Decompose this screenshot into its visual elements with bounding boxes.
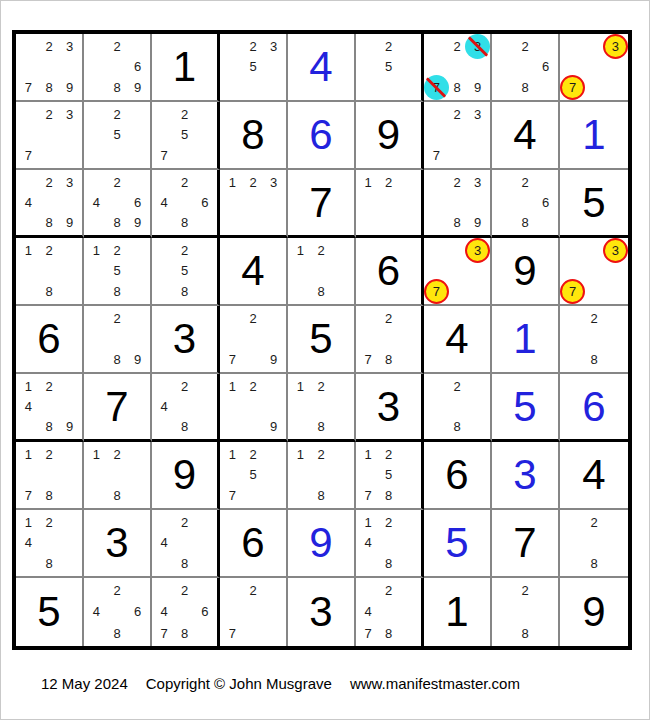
candidate-grid: 248 — [154, 512, 215, 574]
candidate-9: 9 — [474, 80, 481, 95]
empty-slot-7 — [426, 417, 447, 437]
cell-r7c6[interactable]: 12578 — [356, 442, 424, 510]
empty-slot-7 — [154, 213, 174, 233]
candidate-9: 9 — [66, 215, 73, 230]
candidate-2: 2 — [385, 311, 392, 326]
candidate-slot-4: 4 — [18, 192, 39, 212]
candidate-slot-8: 8 — [107, 77, 128, 98]
cell-r7c7[interactable]: 6 — [424, 442, 492, 510]
candidate-grid: 28 — [426, 376, 488, 437]
cell-r4c9[interactable]: 37 — [560, 238, 628, 306]
candidate-2: 2 — [113, 583, 120, 598]
cell-r1c5[interactable]: 4 — [288, 34, 356, 102]
cell-r9c9[interactable]: 9 — [560, 578, 628, 646]
empty-slot-8 — [243, 77, 264, 98]
candidate-slot-2: 2 — [107, 444, 128, 465]
empty-slot-3 — [399, 444, 419, 465]
cell-r2c9[interactable]: 1 — [560, 102, 628, 170]
cell-r3c4[interactable]: 123 — [220, 170, 288, 238]
empty-slot-5 — [107, 57, 128, 78]
solved-digit: 6 — [424, 442, 490, 508]
cell-r3c9[interactable]: 5 — [560, 170, 628, 238]
cell-r7c8[interactable]: 3 — [492, 442, 560, 510]
candidate-5: 5 — [113, 127, 120, 142]
candidate-slot-8: 8 — [39, 553, 60, 574]
empty-slot-3 — [263, 376, 284, 396]
cell-r7c9[interactable]: 4 — [560, 442, 628, 510]
candidate-slot-7: 7 — [154, 623, 174, 644]
candidate-5: 5 — [181, 263, 188, 278]
candidate-2: 2 — [181, 379, 188, 394]
empty-slot-4 — [222, 192, 243, 212]
cell-r2c4[interactable]: 8 — [220, 102, 288, 170]
empty-slot-1 — [562, 240, 583, 261]
cell-r8c2[interactable]: 3 — [84, 510, 152, 578]
candidate-slot-2: 2 — [39, 172, 60, 192]
cell-r7c4[interactable]: 1257 — [220, 442, 288, 510]
cell-r2c8[interactable]: 4 — [492, 102, 560, 170]
candidate-4: 4 — [161, 399, 168, 414]
cell-r6c8[interactable]: 5 — [492, 374, 560, 442]
candidate-8: 8 — [113, 284, 120, 299]
empty-slot-4 — [290, 261, 311, 282]
candidate-slot-4: 4 — [154, 601, 174, 622]
empty-slot-5 — [447, 125, 468, 146]
empty-slot-1 — [358, 308, 378, 329]
cell-r1c8[interactable]: 268 — [492, 34, 560, 102]
solved-digit-blue: 9 — [288, 510, 354, 576]
cell-r9c4[interactable]: 27 — [220, 578, 288, 646]
empty-slot-7 — [154, 417, 174, 437]
cell-r8c9[interactable]: 28 — [560, 510, 628, 578]
candidate-slot-5: 5 — [243, 57, 264, 78]
candidate-grid: 248 — [154, 376, 215, 437]
cell-r9c6[interactable]: 2478 — [356, 578, 424, 646]
candidate-slot-8: 8 — [39, 417, 60, 437]
candidate-slot-8: 8 — [174, 417, 194, 437]
empty-slot-5 — [447, 57, 468, 78]
candidate-grid: 268 — [494, 172, 556, 233]
empty-slot-7 — [358, 553, 378, 574]
candidate-2: 2 — [317, 447, 324, 462]
cell-r9c2[interactable]: 2468 — [84, 578, 152, 646]
cell-r1c4[interactable]: 235 — [220, 34, 288, 102]
empty-slot-3 — [605, 512, 626, 533]
empty-slot-3 — [59, 376, 80, 396]
empty-slot-4 — [222, 396, 243, 416]
empty-slot-5 — [378, 329, 398, 350]
cell-r1c3[interactable]: 1 — [152, 34, 220, 102]
cell-r5c6[interactable]: 278 — [356, 306, 424, 374]
cell-r9c7[interactable]: 1 — [424, 578, 492, 646]
empty-slot-7 — [86, 485, 107, 506]
candidate-2: 2 — [453, 39, 460, 54]
cell-r6c2[interactable]: 7 — [84, 374, 152, 442]
empty-slot-7 — [426, 213, 447, 233]
candidate-slot-2: 2 — [174, 512, 194, 533]
empty-slot-7 — [18, 553, 39, 574]
candidate-slot-2: 2 — [378, 512, 398, 533]
empty-slot-4 — [222, 601, 243, 622]
empty-slot-5 — [39, 533, 60, 554]
cell-r7c5[interactable]: 128 — [288, 442, 356, 510]
empty-slot-1 — [562, 308, 583, 329]
empty-slot-9 — [399, 77, 419, 98]
cell-r8c5[interactable]: 9 — [288, 510, 356, 578]
empty-slot-3 — [127, 308, 148, 329]
candidate-slot-8: 8 — [39, 485, 60, 506]
candidate-slot-1: 1 — [18, 512, 39, 533]
candidate-8: 8 — [385, 556, 392, 571]
cell-r4c4[interactable]: 4 — [220, 238, 288, 306]
candidate-2: 2 — [521, 39, 528, 54]
empty-slot-4 — [562, 329, 583, 350]
cell-r7c3[interactable]: 9 — [152, 442, 220, 510]
candidate-grid: 37 — [426, 240, 488, 302]
candidate-slot-2: 2 — [107, 240, 128, 261]
cell-r6c6[interactable]: 3 — [356, 374, 424, 442]
candidate-slot-2: 2 — [39, 36, 60, 57]
cell-r4c3[interactable]: 258 — [152, 238, 220, 306]
empty-slot-5 — [583, 261, 604, 282]
candidate-2: 2 — [385, 447, 392, 462]
candidate-2: 2 — [181, 107, 188, 122]
empty-slot-4 — [18, 57, 39, 78]
solved-digit: 4 — [492, 102, 558, 168]
empty-slot-5 — [174, 192, 194, 212]
candidate-8: 8 — [45, 215, 52, 230]
empty-slot-9 — [535, 623, 556, 644]
empty-slot-2 — [583, 36, 604, 57]
empty-slot-8 — [243, 485, 264, 506]
candidate-slot-4: 4 — [154, 533, 174, 554]
empty-slot-5 — [447, 261, 468, 282]
cell-r8c4[interactable]: 6 — [220, 510, 288, 578]
empty-slot-3 — [127, 36, 148, 57]
empty-slot-2 — [583, 240, 604, 261]
cell-r7c1[interactable]: 1278 — [16, 442, 84, 510]
candidate-grid: 235 — [222, 36, 284, 98]
candidate-7: 7 — [229, 626, 236, 641]
candidate-7: 7 — [433, 80, 440, 95]
cell-r2c5[interactable]: 6 — [288, 102, 356, 170]
candidate-1: 1 — [25, 379, 32, 394]
footer-website: www.manifestmaster.com — [350, 675, 520, 692]
cell-r1c9[interactable]: 37 — [560, 34, 628, 102]
empty-slot-3 — [127, 444, 148, 465]
cell-r1c2[interactable]: 2689 — [84, 34, 152, 102]
empty-slot-8 — [583, 281, 604, 302]
cell-r3c3[interactable]: 2468 — [152, 170, 220, 238]
empty-slot-6 — [127, 465, 148, 486]
cell-r4c8[interactable]: 9 — [492, 238, 560, 306]
candidate-2: 2 — [181, 583, 188, 598]
candidate-slot-2: 2 — [174, 376, 194, 396]
empty-slot-1 — [562, 512, 583, 533]
cell-r6c1[interactable]: 12489 — [16, 374, 84, 442]
candidate-8: 8 — [521, 80, 528, 95]
candidate-grid: 37 — [562, 240, 626, 302]
candidate-4: 4 — [93, 604, 100, 619]
empty-slot-9 — [331, 485, 352, 506]
cell-r2c3[interactable]: 257 — [152, 102, 220, 170]
cell-r5c8[interactable]: 1 — [492, 306, 560, 374]
empty-slot-6 — [331, 261, 352, 282]
empty-slot-4 — [494, 192, 515, 212]
candidate-slot-1: 1 — [358, 444, 378, 465]
candidate-9: 9 — [270, 352, 277, 367]
empty-slot-6 — [605, 261, 626, 282]
candidate-3: 3 — [474, 175, 481, 190]
cell-r1c6[interactable]: 25 — [356, 34, 424, 102]
candidate-grid: 2389 — [426, 172, 488, 233]
candidate-slot-1: 1 — [290, 444, 311, 465]
candidate-4: 4 — [161, 195, 168, 210]
cell-r4c5[interactable]: 128 — [288, 238, 356, 306]
empty-slot-5 — [174, 396, 194, 416]
cell-r9c1[interactable]: 5 — [16, 578, 84, 646]
cell-r1c7[interactable]: 23789 — [424, 34, 492, 102]
empty-slot-6 — [127, 329, 148, 350]
empty-slot-9 — [605, 553, 626, 574]
candidate-1: 1 — [365, 515, 372, 530]
cell-r4c7[interactable]: 37 — [424, 238, 492, 306]
empty-slot-6 — [59, 192, 80, 212]
cell-r4c1[interactable]: 128 — [16, 238, 84, 306]
candidate-grid: 24689 — [86, 172, 148, 233]
candidate-slot-5: 5 — [107, 125, 128, 146]
empty-slot-4 — [426, 396, 447, 416]
candidate-grid: 1248 — [358, 512, 419, 574]
candidate-slot-2: 2 — [447, 172, 468, 192]
cell-r5c2[interactable]: 289 — [84, 306, 152, 374]
cell-r6c5[interactable]: 128 — [288, 374, 356, 442]
solved-digit: 5 — [560, 170, 628, 235]
candidate-slot-8: 8 — [515, 623, 536, 644]
cell-r5c7[interactable]: 4 — [424, 306, 492, 374]
empty-slot-9 — [399, 623, 419, 644]
cell-r3c5[interactable]: 7 — [288, 170, 356, 238]
candidate-grid: 25 — [86, 104, 148, 166]
empty-slot-4 — [426, 192, 447, 212]
candidate-2: 2 — [249, 379, 256, 394]
cell-r5c9[interactable]: 28 — [560, 306, 628, 374]
empty-slot-9 — [59, 553, 80, 574]
empty-slot-4 — [358, 329, 378, 350]
candidate-7: 7 — [365, 352, 372, 367]
candidate-2: 2 — [45, 243, 52, 258]
cell-r4c2[interactable]: 1258 — [84, 238, 152, 306]
empty-slot-7 — [86, 145, 107, 166]
empty-slot-8 — [243, 213, 264, 233]
empty-slot-1 — [86, 104, 107, 125]
empty-slot-7 — [358, 77, 378, 98]
candidate-1: 1 — [297, 379, 304, 394]
cell-r5c5[interactable]: 5 — [288, 306, 356, 374]
candidate-grid: 128 — [86, 444, 148, 506]
cell-r6c9[interactable]: 6 — [560, 374, 628, 442]
candidate-slot-4: 4 — [154, 396, 174, 416]
empty-slot-1 — [18, 104, 39, 125]
empty-slot-6 — [263, 465, 284, 486]
cell-r6c3[interactable]: 248 — [152, 374, 220, 442]
candidate-7: 7 — [433, 148, 440, 163]
empty-slot-6 — [59, 261, 80, 282]
candidate-slot-2: 2 — [39, 104, 60, 125]
candidate-slot-8: 8 — [311, 485, 332, 506]
candidate-2: 2 — [521, 583, 528, 598]
candidate-7: 7 — [25, 488, 32, 503]
cell-r8c3[interactable]: 248 — [152, 510, 220, 578]
cell-r2c7[interactable]: 237 — [424, 102, 492, 170]
cell-r8c8[interactable]: 7 — [492, 510, 560, 578]
candidate-slot-1: 1 — [222, 172, 243, 192]
candidate-slot-9: 9 — [127, 213, 148, 233]
empty-slot-9 — [127, 485, 148, 506]
empty-slot-5 — [174, 533, 194, 554]
cell-r2c1[interactable]: 237 — [16, 102, 84, 170]
empty-slot-7 — [222, 77, 243, 98]
solved-digit: 4 — [424, 306, 490, 372]
solved-digit: 9 — [560, 578, 628, 646]
candidate-grid: 28 — [562, 308, 626, 370]
candidate-8: 8 — [521, 215, 528, 230]
candidate-slot-8: 8 — [39, 281, 60, 302]
empty-slot-5 — [107, 601, 128, 622]
cell-r4c6[interactable]: 6 — [356, 238, 424, 306]
candidate-2: 2 — [45, 515, 52, 530]
empty-slot-3 — [195, 172, 215, 192]
candidate-6: 6 — [542, 59, 549, 74]
empty-slot-4 — [494, 57, 515, 78]
solved-digit: 9 — [152, 442, 217, 508]
candidate-slot-6: 6 — [195, 601, 215, 622]
cell-r5c3[interactable]: 3 — [152, 306, 220, 374]
empty-slot-9 — [195, 623, 215, 644]
empty-slot-5 — [447, 192, 468, 212]
empty-slot-3 — [399, 172, 419, 192]
candidate-8: 8 — [453, 419, 460, 434]
cell-r8c1[interactable]: 1248 — [16, 510, 84, 578]
cell-r2c6[interactable]: 9 — [356, 102, 424, 170]
candidate-grid: 28 — [494, 580, 556, 644]
empty-slot-4 — [86, 465, 107, 486]
cell-r9c3[interactable]: 24678 — [152, 578, 220, 646]
candidate-slot-2: 2 — [174, 104, 194, 125]
candidate-grid: 257 — [154, 104, 215, 166]
cell-r3c1[interactable]: 23489 — [16, 170, 84, 238]
empty-slot-9 — [605, 77, 626, 98]
empty-slot-7 — [358, 213, 378, 233]
cell-r1c1[interactable]: 23789 — [16, 34, 84, 102]
empty-slot-9 — [59, 485, 80, 506]
candidate-4: 4 — [161, 604, 168, 619]
empty-slot-3 — [399, 308, 419, 329]
cell-r8c7[interactable]: 5 — [424, 510, 492, 578]
cell-r5c4[interactable]: 279 — [220, 306, 288, 374]
empty-slot-4 — [290, 465, 311, 486]
empty-slot-4 — [86, 57, 107, 78]
candidate-slot-2: 2 — [583, 308, 604, 329]
candidate-7: 7 — [25, 80, 32, 95]
cell-r7c2[interactable]: 128 — [84, 442, 152, 510]
empty-slot-8 — [447, 281, 468, 302]
empty-slot-4 — [358, 57, 378, 78]
solved-digit: 8 — [220, 102, 286, 168]
cell-r2c2[interactable]: 25 — [84, 102, 152, 170]
empty-slot-7 — [290, 417, 311, 437]
empty-slot-1 — [154, 172, 174, 192]
empty-slot-6 — [59, 57, 80, 78]
empty-slot-3 — [605, 308, 626, 329]
cell-r3c7[interactable]: 2389 — [424, 170, 492, 238]
candidate-1: 1 — [297, 447, 304, 462]
empty-slot-6 — [399, 601, 419, 622]
cell-r9c8[interactable]: 28 — [492, 578, 560, 646]
candidate-1: 1 — [365, 447, 372, 462]
candidate-2: 2 — [385, 583, 392, 598]
candidate-slot-1: 1 — [18, 444, 39, 465]
empty-slot-4 — [358, 192, 378, 212]
cell-r6c7[interactable]: 28 — [424, 374, 492, 442]
empty-slot-6 — [605, 57, 626, 78]
empty-slot-4 — [86, 261, 107, 282]
empty-slot-5 — [378, 533, 398, 554]
empty-slot-9 — [59, 145, 80, 166]
candidate-6: 6 — [201, 195, 208, 210]
candidate-slot-8: 8 — [174, 213, 194, 233]
candidate-2: 2 — [249, 175, 256, 190]
candidate-8: 8 — [385, 488, 392, 503]
candidate-grid: 289 — [86, 308, 148, 370]
cell-r3c2[interactable]: 24689 — [84, 170, 152, 238]
candidate-grid: 237 — [426, 104, 488, 166]
empty-slot-5 — [39, 57, 60, 78]
candidate-slot-7: 7 — [358, 485, 378, 506]
empty-slot-7 — [154, 553, 174, 574]
candidate-grid: 128 — [290, 376, 352, 437]
solved-digit: 6 — [356, 238, 421, 304]
empty-slot-3 — [127, 104, 148, 125]
empty-slot-9 — [263, 77, 284, 98]
candidate-slot-2: 2 — [107, 172, 128, 192]
empty-slot-3 — [59, 512, 80, 533]
empty-slot-5 — [311, 396, 332, 416]
candidate-7: 7 — [365, 488, 372, 503]
empty-slot-1 — [494, 172, 515, 192]
cell-r6c4[interactable]: 129 — [220, 374, 288, 442]
candidate-grid: 12578 — [358, 444, 419, 506]
cell-r3c6[interactable]: 12 — [356, 170, 424, 238]
candidate-slot-2: 2 — [174, 172, 194, 192]
cell-r9c5[interactable]: 3 — [288, 578, 356, 646]
candidate-3: 3 — [270, 175, 277, 190]
empty-slot-5 — [583, 533, 604, 554]
empty-slot-3 — [195, 580, 215, 601]
candidate-slot-9: 9 — [127, 77, 148, 98]
candidate-5: 5 — [249, 467, 256, 482]
cell-r5c1[interactable]: 6 — [16, 306, 84, 374]
cell-r3c8[interactable]: 268 — [492, 170, 560, 238]
empty-slot-6 — [195, 396, 215, 416]
candidate-8: 8 — [45, 80, 52, 95]
candidate-slot-8: 8 — [311, 281, 332, 302]
candidate-2: 2 — [45, 447, 52, 462]
empty-slot-4 — [358, 465, 378, 486]
cell-r8c6[interactable]: 1248 — [356, 510, 424, 578]
footer: 12 May 2024 Copyright © John Musgrave ww… — [41, 675, 520, 692]
candidate-6: 6 — [134, 195, 141, 210]
